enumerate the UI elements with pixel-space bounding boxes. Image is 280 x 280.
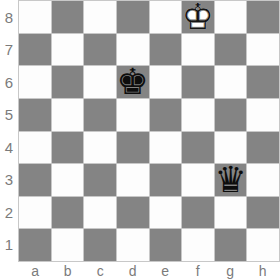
square-c2[interactable]: [84, 197, 116, 229]
square-c7[interactable]: [84, 34, 116, 66]
square-d4[interactable]: [117, 132, 149, 164]
square-f3[interactable]: [182, 164, 214, 196]
file-label-f: f: [182, 262, 215, 280]
square-h7[interactable]: [247, 34, 279, 66]
square-d2[interactable]: [117, 197, 149, 229]
rank-label-7: 7: [0, 34, 18, 67]
file-label-a: a: [19, 262, 52, 280]
file-label-h: h: [247, 262, 280, 280]
square-b8[interactable]: [52, 1, 84, 33]
square-b1[interactable]: [52, 229, 84, 261]
square-a1[interactable]: [19, 229, 51, 261]
square-c3[interactable]: [84, 164, 116, 196]
square-e3[interactable]: [150, 164, 182, 196]
file-label-c: c: [84, 262, 117, 280]
square-b2[interactable]: [52, 197, 84, 229]
rank-label-3: 3: [0, 164, 18, 197]
rank-label-6: 6: [0, 66, 18, 99]
white-king-icon: ♔: [182, 0, 214, 35]
square-f8[interactable]: ♚♔: [182, 1, 214, 33]
rank-label-8: 8: [0, 1, 18, 34]
square-e5[interactable]: [150, 99, 182, 131]
square-h5[interactable]: [247, 99, 279, 131]
square-e7[interactable]: [150, 34, 182, 66]
square-f7[interactable]: [182, 34, 214, 66]
square-a6[interactable]: [19, 66, 51, 98]
square-d3[interactable]: [117, 164, 149, 196]
square-a8[interactable]: [19, 1, 51, 33]
square-g3[interactable]: ♛: [215, 164, 247, 196]
square-e6[interactable]: [150, 66, 182, 98]
square-c4[interactable]: [84, 132, 116, 164]
square-f4[interactable]: [182, 132, 214, 164]
square-a4[interactable]: [19, 132, 51, 164]
square-b7[interactable]: [52, 34, 84, 66]
chess-diagram: 87654321 ♚♔♚♛ abcdefgh: [0, 0, 280, 280]
square-d6[interactable]: ♚: [117, 66, 149, 98]
piece-white-king[interactable]: ♚♔: [182, 1, 214, 33]
square-a7[interactable]: [19, 34, 51, 66]
piece-black-king[interactable]: ♚: [117, 66, 149, 98]
square-h3[interactable]: [247, 164, 279, 196]
square-e1[interactable]: [150, 229, 182, 261]
rank-labels: 87654321: [0, 0, 18, 262]
file-label-d: d: [117, 262, 150, 280]
square-g5[interactable]: [215, 99, 247, 131]
file-label-e: e: [149, 262, 182, 280]
square-e4[interactable]: [150, 132, 182, 164]
square-g7[interactable]: [215, 34, 247, 66]
square-d1[interactable]: [117, 229, 149, 261]
square-a3[interactable]: [19, 164, 51, 196]
rank-label-1: 1: [0, 229, 18, 262]
file-labels: abcdefgh: [18, 262, 280, 280]
black-queen-icon: ♛: [214, 162, 246, 198]
square-e2[interactable]: [150, 197, 182, 229]
rank-label-5: 5: [0, 99, 18, 132]
square-c8[interactable]: [84, 1, 116, 33]
square-b6[interactable]: [52, 66, 84, 98]
square-b4[interactable]: [52, 132, 84, 164]
rank-label-2: 2: [0, 196, 18, 229]
square-g6[interactable]: [215, 66, 247, 98]
piece-black-queen[interactable]: ♛: [215, 164, 247, 196]
square-c5[interactable]: [84, 99, 116, 131]
square-c6[interactable]: [84, 66, 116, 98]
square-f1[interactable]: [182, 229, 214, 261]
square-h2[interactable]: [247, 197, 279, 229]
square-h1[interactable]: [247, 229, 279, 261]
square-d5[interactable]: [117, 99, 149, 131]
chess-board: ♚♔♚♛: [18, 0, 280, 262]
square-d8[interactable]: [117, 1, 149, 33]
square-a5[interactable]: [19, 99, 51, 131]
square-g1[interactable]: [215, 229, 247, 261]
square-h8[interactable]: [247, 1, 279, 33]
square-g2[interactable]: [215, 197, 247, 229]
rank-label-4: 4: [0, 131, 18, 164]
square-h6[interactable]: [247, 66, 279, 98]
square-f5[interactable]: [182, 99, 214, 131]
file-label-b: b: [52, 262, 85, 280]
square-a2[interactable]: [19, 197, 51, 229]
square-b5[interactable]: [52, 99, 84, 131]
file-label-g: g: [214, 262, 247, 280]
square-f2[interactable]: [182, 197, 214, 229]
square-g8[interactable]: [215, 1, 247, 33]
square-b3[interactable]: [52, 164, 84, 196]
square-c1[interactable]: [84, 229, 116, 261]
square-e8[interactable]: [150, 1, 182, 33]
black-king-icon: ♚: [117, 64, 149, 100]
square-f6[interactable]: [182, 66, 214, 98]
square-h4[interactable]: [247, 132, 279, 164]
